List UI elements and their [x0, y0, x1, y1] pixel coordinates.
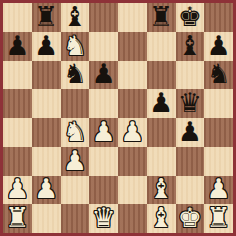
- square-f4[interactable]: [147, 118, 176, 147]
- square-b2[interactable]: ♟: [32, 176, 61, 205]
- square-e1[interactable]: [118, 204, 147, 233]
- piece-black-rook[interactable]: ♜: [34, 3, 58, 30]
- piece-white-rook[interactable]: ♜: [207, 204, 231, 231]
- square-c8[interactable]: ♝: [61, 3, 90, 32]
- square-c2[interactable]: [61, 176, 90, 205]
- piece-black-king[interactable]: ♚: [178, 3, 202, 30]
- piece-white-pawn[interactable]: ♟: [5, 176, 29, 203]
- square-f7[interactable]: [147, 32, 176, 61]
- square-a6[interactable]: [3, 61, 32, 90]
- square-b4[interactable]: [32, 118, 61, 147]
- piece-white-knight[interactable]: ♞: [63, 32, 87, 59]
- square-d3[interactable]: [89, 147, 118, 176]
- square-f8[interactable]: ♜: [147, 3, 176, 32]
- square-a2[interactable]: ♟: [3, 176, 32, 205]
- piece-black-queen[interactable]: ♛: [178, 89, 202, 116]
- piece-black-pawn[interactable]: ♟: [178, 118, 202, 145]
- square-h4[interactable]: [204, 118, 233, 147]
- square-a4[interactable]: [3, 118, 32, 147]
- chess-board: ♜♝♜♚♟♟♞♝♟♞♟♞♟♛♞♟♟♟♟♟♟♝♟♜♛♝♚♜: [3, 3, 233, 233]
- square-b6[interactable]: [32, 61, 61, 90]
- piece-black-pawn[interactable]: ♟: [207, 32, 231, 59]
- piece-black-knight[interactable]: ♞: [207, 61, 231, 88]
- square-b1[interactable]: [32, 204, 61, 233]
- square-g7[interactable]: ♝: [176, 32, 205, 61]
- square-e2[interactable]: [118, 176, 147, 205]
- square-d4[interactable]: ♟: [89, 118, 118, 147]
- square-b5[interactable]: [32, 89, 61, 118]
- square-e8[interactable]: [118, 3, 147, 32]
- square-a3[interactable]: [3, 147, 32, 176]
- square-g5[interactable]: ♛: [176, 89, 205, 118]
- square-c4[interactable]: ♞: [61, 118, 90, 147]
- square-b7[interactable]: ♟: [32, 32, 61, 61]
- piece-white-pawn[interactable]: ♟: [92, 118, 116, 145]
- square-d7[interactable]: [89, 32, 118, 61]
- piece-white-bishop[interactable]: ♝: [149, 204, 173, 231]
- piece-white-knight[interactable]: ♞: [63, 118, 87, 145]
- piece-white-rook[interactable]: ♜: [5, 204, 29, 231]
- square-h2[interactable]: ♟: [204, 176, 233, 205]
- piece-white-king[interactable]: ♚: [178, 204, 202, 231]
- square-g4[interactable]: ♟: [176, 118, 205, 147]
- square-h6[interactable]: ♞: [204, 61, 233, 90]
- square-c1[interactable]: [61, 204, 90, 233]
- piece-black-knight[interactable]: ♞: [63, 61, 87, 88]
- square-h8[interactable]: [204, 3, 233, 32]
- piece-black-pawn[interactable]: ♟: [5, 32, 29, 59]
- piece-white-pawn[interactable]: ♟: [34, 176, 58, 203]
- square-d2[interactable]: [89, 176, 118, 205]
- square-h3[interactable]: [204, 147, 233, 176]
- piece-black-pawn[interactable]: ♟: [34, 32, 58, 59]
- square-f1[interactable]: ♝: [147, 204, 176, 233]
- board-frame: ♜♝♜♚♟♟♞♝♟♞♟♞♟♛♞♟♟♟♟♟♟♝♟♜♛♝♚♜: [0, 0, 236, 236]
- square-g8[interactable]: ♚: [176, 3, 205, 32]
- piece-white-pawn[interactable]: ♟: [207, 176, 231, 203]
- square-a1[interactable]: ♜: [3, 204, 32, 233]
- square-c3[interactable]: ♟: [61, 147, 90, 176]
- square-f6[interactable]: [147, 61, 176, 90]
- square-h5[interactable]: [204, 89, 233, 118]
- square-b3[interactable]: [32, 147, 61, 176]
- piece-black-pawn[interactable]: ♟: [149, 89, 173, 116]
- piece-white-queen[interactable]: ♛: [92, 204, 116, 231]
- square-e3[interactable]: [118, 147, 147, 176]
- square-g3[interactable]: [176, 147, 205, 176]
- square-g6[interactable]: [176, 61, 205, 90]
- piece-black-rook[interactable]: ♜: [149, 3, 173, 30]
- square-h7[interactable]: ♟: [204, 32, 233, 61]
- piece-white-bishop[interactable]: ♝: [149, 176, 173, 203]
- square-f5[interactable]: ♟: [147, 89, 176, 118]
- square-e4[interactable]: ♟: [118, 118, 147, 147]
- square-h1[interactable]: ♜: [204, 204, 233, 233]
- square-a5[interactable]: [3, 89, 32, 118]
- square-d6[interactable]: ♟: [89, 61, 118, 90]
- piece-black-bishop[interactable]: ♝: [63, 3, 87, 30]
- square-g1[interactable]: ♚: [176, 204, 205, 233]
- square-g2[interactable]: [176, 176, 205, 205]
- square-e6[interactable]: [118, 61, 147, 90]
- square-c7[interactable]: ♞: [61, 32, 90, 61]
- square-e5[interactable]: [118, 89, 147, 118]
- piece-black-pawn[interactable]: ♟: [92, 61, 116, 88]
- square-d1[interactable]: ♛: [89, 204, 118, 233]
- square-f3[interactable]: [147, 147, 176, 176]
- square-d8[interactable]: [89, 3, 118, 32]
- square-a7[interactable]: ♟: [3, 32, 32, 61]
- square-f2[interactable]: ♝: [147, 176, 176, 205]
- square-a8[interactable]: [3, 3, 32, 32]
- square-b8[interactable]: ♜: [32, 3, 61, 32]
- piece-white-pawn[interactable]: ♟: [120, 118, 144, 145]
- square-c6[interactable]: ♞: [61, 61, 90, 90]
- square-c5[interactable]: [61, 89, 90, 118]
- piece-white-pawn[interactable]: ♟: [63, 147, 87, 174]
- square-e7[interactable]: [118, 32, 147, 61]
- square-d5[interactable]: [89, 89, 118, 118]
- piece-black-bishop[interactable]: ♝: [178, 32, 202, 59]
